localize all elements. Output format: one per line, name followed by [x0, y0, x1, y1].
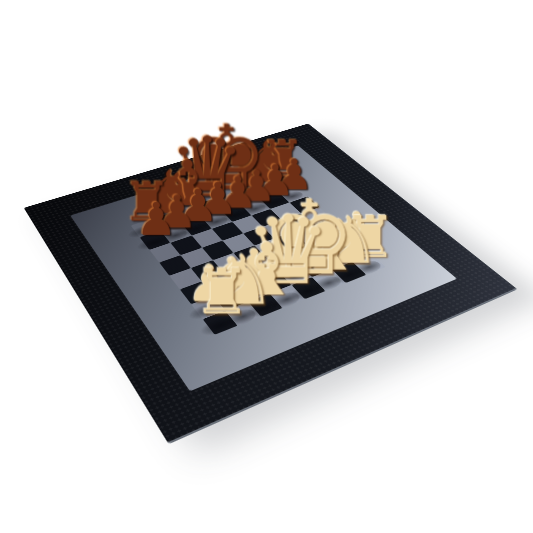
board-frame: ♜♞♝♛♚♝♞♜♟♟♟♟♟♟♟♟♟♟♟♟♟♟♟♟♜♞♝♛♚♝♞♜	[70, 146, 457, 392]
square-a1[interactable]: ♜	[203, 310, 238, 335]
board-mat: ♜♞♝♛♚♝♞♜♟♟♟♟♟♟♟♟♟♟♟♟♟♟♟♟♜♞♝♛♚♝♞♜	[24, 124, 518, 445]
piece-light-rook[interactable]: ♜	[193, 261, 249, 324]
chess-board: ♜♞♝♛♚♝♞♜♟♟♟♟♟♟♟♟♟♟♟♟♟♟♟♟♜♞♝♛♚♝♞♜	[131, 176, 386, 335]
product-photo: ♜♞♝♛♚♝♞♜♟♟♟♟♟♟♟♟♟♟♟♟♟♟♟♟♜♞♝♛♚♝♞♜	[0, 0, 533, 533]
board-scene: ♜♞♝♛♚♝♞♜♟♟♟♟♟♟♟♟♟♟♟♟♟♟♟♟♜♞♝♛♚♝♞♜	[24, 124, 518, 445]
square-a7[interactable]: ♟	[140, 230, 171, 249]
piece-dark-pawn[interactable]: ♟	[136, 196, 177, 242]
